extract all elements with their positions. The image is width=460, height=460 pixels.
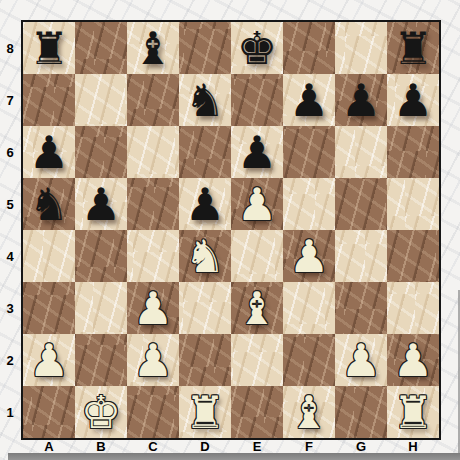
piece-white-pawn[interactable]: ♟ <box>23 334 75 386</box>
square-e5[interactable]: ♟ <box>231 178 283 230</box>
square-e1[interactable] <box>231 386 283 438</box>
piece-white-king[interactable]: ♚ <box>75 386 127 438</box>
piece-white-knight[interactable]: ♞ <box>179 230 231 282</box>
file-label-e: E <box>231 440 283 454</box>
square-c7[interactable] <box>127 74 179 126</box>
square-a7[interactable] <box>23 74 75 126</box>
square-f8[interactable] <box>283 22 335 74</box>
square-d2[interactable] <box>179 334 231 386</box>
piece-black-pawn[interactable]: ♟ <box>283 74 335 126</box>
piece-white-pawn[interactable]: ♟ <box>387 334 439 386</box>
square-g7[interactable]: ♟ <box>335 74 387 126</box>
square-c4[interactable] <box>127 230 179 282</box>
piece-black-pawn[interactable]: ♟ <box>179 178 231 230</box>
square-f5[interactable] <box>283 178 335 230</box>
file-label-a: A <box>23 440 75 454</box>
square-a2[interactable]: ♟ <box>23 334 75 386</box>
rank-label-7: 7 <box>0 74 20 126</box>
square-a1[interactable] <box>23 386 75 438</box>
square-b4[interactable] <box>75 230 127 282</box>
square-e3[interactable]: ♝ <box>231 282 283 334</box>
square-b8[interactable] <box>75 22 127 74</box>
square-b3[interactable] <box>75 282 127 334</box>
square-d3[interactable] <box>179 282 231 334</box>
square-f4[interactable]: ♟ <box>283 230 335 282</box>
square-e4[interactable] <box>231 230 283 282</box>
rank-label-3: 3 <box>0 282 20 334</box>
rank-label-5: 5 <box>0 178 20 230</box>
square-e7[interactable] <box>231 74 283 126</box>
square-h6[interactable] <box>387 126 439 178</box>
square-h4[interactable] <box>387 230 439 282</box>
square-b2[interactable] <box>75 334 127 386</box>
piece-black-rook[interactable]: ♜ <box>23 22 75 74</box>
square-c6[interactable] <box>127 126 179 178</box>
square-a6[interactable]: ♟ <box>23 126 75 178</box>
board-shadow-bottom <box>8 453 460 460</box>
square-c5[interactable] <box>127 178 179 230</box>
square-h8[interactable]: ♜ <box>387 22 439 74</box>
piece-white-pawn[interactable]: ♟ <box>283 230 335 282</box>
square-h1[interactable]: ♜ <box>387 386 439 438</box>
rank-label-1: 1 <box>0 386 20 438</box>
piece-black-king[interactable]: ♚ <box>231 22 283 74</box>
square-c1[interactable] <box>127 386 179 438</box>
square-h7[interactable]: ♟ <box>387 74 439 126</box>
file-label-b: B <box>75 440 127 454</box>
piece-white-pawn[interactable]: ♟ <box>231 178 283 230</box>
square-c8[interactable]: ♝ <box>127 22 179 74</box>
square-a5[interactable]: ♞ <box>23 178 75 230</box>
piece-white-bishop[interactable]: ♝ <box>231 282 283 334</box>
square-f7[interactable]: ♟ <box>283 74 335 126</box>
square-f6[interactable] <box>283 126 335 178</box>
square-f2[interactable] <box>283 334 335 386</box>
square-f3[interactable] <box>283 282 335 334</box>
piece-white-pawn[interactable]: ♟ <box>335 334 387 386</box>
chess-diagram: 87654321 ♜♝♚♜♞♟♟♟♟♟♞♟♟♟♞♟♟♝♟♟♟♟♚♜♝♜ ABCD… <box>0 0 460 460</box>
file-label-c: C <box>127 440 179 454</box>
square-b6[interactable] <box>75 126 127 178</box>
square-c2[interactable]: ♟ <box>127 334 179 386</box>
square-e2[interactable] <box>231 334 283 386</box>
square-g6[interactable] <box>335 126 387 178</box>
square-h3[interactable] <box>387 282 439 334</box>
square-d5[interactable]: ♟ <box>179 178 231 230</box>
square-g3[interactable] <box>335 282 387 334</box>
square-d8[interactable] <box>179 22 231 74</box>
piece-white-rook[interactable]: ♜ <box>179 386 231 438</box>
rank-label-4: 4 <box>0 230 20 282</box>
rank-label-2: 2 <box>0 334 20 386</box>
piece-white-pawn[interactable]: ♟ <box>127 334 179 386</box>
square-d7[interactable]: ♞ <box>179 74 231 126</box>
file-label-d: D <box>179 440 231 454</box>
square-f1[interactable]: ♝ <box>283 386 335 438</box>
file-label-h: H <box>387 440 439 454</box>
square-d4[interactable]: ♞ <box>179 230 231 282</box>
rank-label-6: 6 <box>0 126 20 178</box>
piece-black-pawn[interactable]: ♟ <box>335 74 387 126</box>
square-h5[interactable] <box>387 178 439 230</box>
rank-labels: 87654321 <box>0 22 20 438</box>
square-g1[interactable] <box>335 386 387 438</box>
square-h2[interactable]: ♟ <box>387 334 439 386</box>
square-a3[interactable] <box>23 282 75 334</box>
file-label-g: G <box>335 440 387 454</box>
chess-board: ♜♝♚♜♞♟♟♟♟♟♞♟♟♟♞♟♟♝♟♟♟♟♚♜♝♜ <box>21 20 441 440</box>
square-e6[interactable]: ♟ <box>231 126 283 178</box>
square-g5[interactable] <box>335 178 387 230</box>
piece-white-pawn[interactable]: ♟ <box>127 282 179 334</box>
square-a8[interactable]: ♜ <box>23 22 75 74</box>
square-d1[interactable]: ♜ <box>179 386 231 438</box>
square-a4[interactable] <box>23 230 75 282</box>
rank-label-8: 8 <box>0 22 20 74</box>
square-d6[interactable] <box>179 126 231 178</box>
piece-white-rook[interactable]: ♜ <box>387 386 439 438</box>
square-e8[interactable]: ♚ <box>231 22 283 74</box>
piece-black-bishop[interactable]: ♝ <box>127 22 179 74</box>
square-g8[interactable] <box>335 22 387 74</box>
square-g2[interactable]: ♟ <box>335 334 387 386</box>
piece-black-pawn[interactable]: ♟ <box>23 126 75 178</box>
piece-black-knight[interactable]: ♞ <box>23 178 75 230</box>
file-label-f: F <box>283 440 335 454</box>
square-b5[interactable]: ♟ <box>75 178 127 230</box>
square-b7[interactable] <box>75 74 127 126</box>
piece-black-rook[interactable]: ♜ <box>387 22 439 74</box>
square-b1[interactable]: ♚ <box>75 386 127 438</box>
piece-black-pawn[interactable]: ♟ <box>387 74 439 126</box>
square-g4[interactable] <box>335 230 387 282</box>
piece-black-pawn[interactable]: ♟ <box>231 126 283 178</box>
piece-white-bishop[interactable]: ♝ <box>283 386 335 438</box>
square-c3[interactable]: ♟ <box>127 282 179 334</box>
piece-black-pawn[interactable]: ♟ <box>75 178 127 230</box>
chess-board-grid: ♜♝♚♜♞♟♟♟♟♟♞♟♟♟♞♟♟♝♟♟♟♟♚♜♝♜ <box>23 22 439 438</box>
piece-black-knight[interactable]: ♞ <box>179 74 231 126</box>
file-labels: ABCDEFGH <box>23 440 439 454</box>
